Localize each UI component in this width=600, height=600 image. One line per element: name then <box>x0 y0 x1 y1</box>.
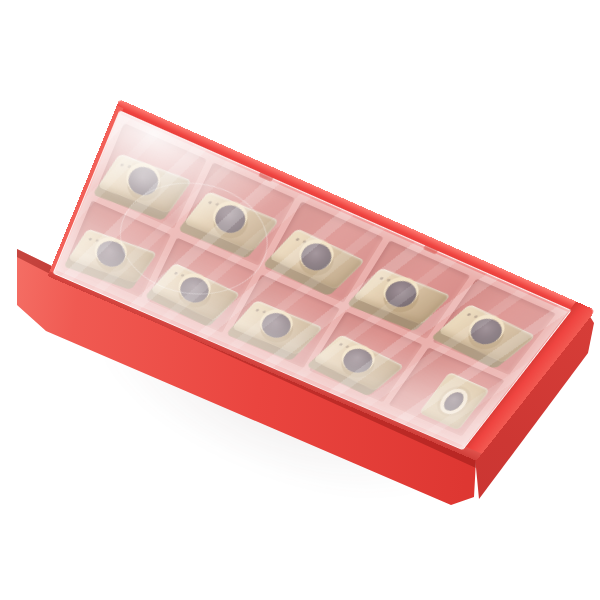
product-photo-scene <box>0 0 600 600</box>
